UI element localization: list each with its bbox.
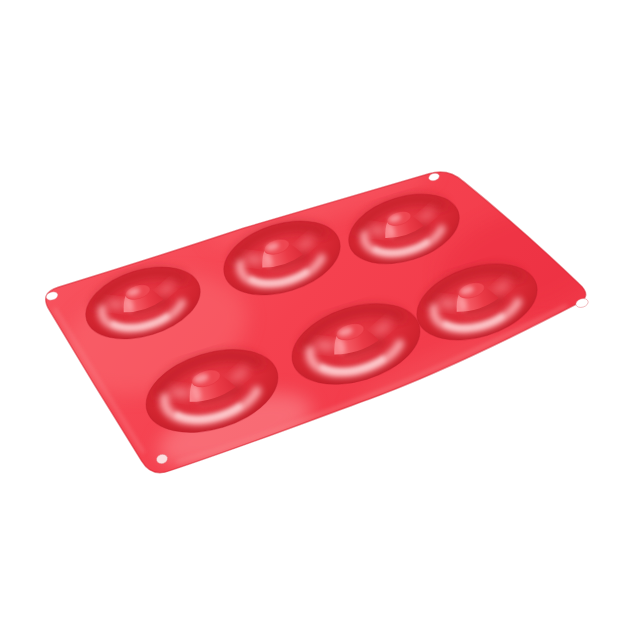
product-photo (0, 0, 640, 640)
donut-mold-illustration (0, 0, 640, 640)
